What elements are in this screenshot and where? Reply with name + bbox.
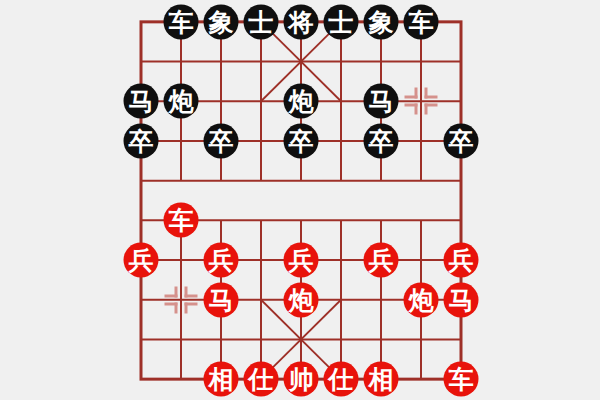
board-point-4-9[interactable]: 帅: [281, 359, 321, 399]
board-grid[interactable]: 车象士将士象车马炮炮马卒卒卒卒卒车兵兵兵兵兵马炮炮马相仕帅仕相车: [121, 2, 481, 399]
piece-black-soldier[interactable]: 卒: [444, 123, 479, 158]
board-point-6-1[interactable]: [361, 42, 401, 82]
marker-corner-tr: [185, 286, 198, 297]
board-point-2-2[interactable]: [201, 81, 241, 121]
board-point-1-4[interactable]: [161, 161, 201, 201]
piece-black-cannon[interactable]: 炮: [164, 84, 199, 119]
board-point-2-1[interactable]: [201, 42, 241, 82]
board-point-6-9[interactable]: 相: [361, 359, 401, 399]
board-point-8-1[interactable]: [441, 42, 481, 82]
board-point-0-7[interactable]: [121, 280, 161, 320]
piece-black-chariot[interactable]: 车: [404, 4, 439, 39]
board-point-3-8[interactable]: [241, 320, 281, 360]
piece-black-horse[interactable]: 马: [124, 84, 159, 119]
piece-red-soldier[interactable]: 兵: [204, 242, 239, 277]
board-point-1-0[interactable]: 车: [161, 2, 201, 42]
piece-red-elephant[interactable]: 相: [364, 362, 399, 397]
board-point-1-2[interactable]: 炮: [161, 81, 201, 121]
piece-black-elephant[interactable]: 象: [364, 4, 399, 39]
board-point-6-0[interactable]: 象: [361, 2, 401, 42]
board-point-7-8[interactable]: [401, 320, 441, 360]
board-point-0-0[interactable]: [121, 2, 161, 42]
board-point-7-5[interactable]: [401, 200, 441, 240]
piece-black-elephant[interactable]: 象: [204, 4, 239, 39]
piece-red-cannon[interactable]: 炮: [284, 282, 319, 317]
piece-black-soldier[interactable]: 卒: [124, 123, 159, 158]
board-point-4-6[interactable]: 兵: [281, 240, 321, 280]
board-point-4-3[interactable]: 卒: [281, 121, 321, 161]
board-point-1-3[interactable]: [161, 121, 201, 161]
board-point-3-3[interactable]: [241, 121, 281, 161]
board-point-3-7[interactable]: [241, 280, 281, 320]
board-point-6-8[interactable]: [361, 320, 401, 360]
board-point-0-2[interactable]: 马: [121, 81, 161, 121]
board-point-8-6[interactable]: 兵: [441, 240, 481, 280]
board-point-5-0[interactable]: 士: [321, 2, 361, 42]
board-point-1-1[interactable]: [161, 42, 201, 82]
marker-corner-br: [185, 302, 198, 313]
board-point-5-7[interactable]: [321, 280, 361, 320]
board-point-2-9[interactable]: 相: [201, 359, 241, 399]
board-point-5-3[interactable]: [321, 121, 361, 161]
board-point-3-5[interactable]: [241, 200, 281, 240]
board-point-5-5[interactable]: [321, 200, 361, 240]
piece-red-cannon[interactable]: 炮: [404, 282, 439, 317]
board-point-8-2[interactable]: [441, 81, 481, 121]
xiangqi-app: 车象士将士象车马炮炮马卒卒卒卒卒车兵兵兵兵兵马炮炮马相仕帅仕相车: [0, 0, 600, 400]
board-point-0-9[interactable]: [121, 359, 161, 399]
last-move-marker: [165, 286, 198, 313]
board-point-1-8[interactable]: [161, 320, 201, 360]
board-point-4-1[interactable]: [281, 42, 321, 82]
piece-red-soldier[interactable]: 兵: [124, 242, 159, 277]
piece-red-elephant[interactable]: 相: [204, 362, 239, 397]
piece-black-soldier[interactable]: 卒: [204, 123, 239, 158]
board-point-6-4[interactable]: [361, 161, 401, 201]
board-point-2-0[interactable]: 象: [201, 2, 241, 42]
piece-red-soldier[interactable]: 兵: [284, 242, 319, 277]
board-point-8-7[interactable]: 马: [441, 280, 481, 320]
piece-black-soldier[interactable]: 卒: [364, 123, 399, 158]
board-point-4-8[interactable]: [281, 320, 321, 360]
piece-black-cannon[interactable]: 炮: [284, 84, 319, 119]
board-point-5-9[interactable]: 仕: [321, 359, 361, 399]
board-point-2-6[interactable]: 兵: [201, 240, 241, 280]
board-point-5-8[interactable]: [321, 320, 361, 360]
piece-red-advisor[interactable]: 仕: [324, 362, 359, 397]
board-point-6-3[interactable]: 卒: [361, 121, 401, 161]
xiangqi-board[interactable]: 车象士将士象车马炮炮马卒卒卒卒卒车兵兵兵兵兵马炮炮马相仕帅仕相车: [121, 2, 481, 399]
board-point-5-1[interactable]: [321, 42, 361, 82]
board-point-6-7[interactable]: [361, 280, 401, 320]
board-point-0-5[interactable]: [121, 200, 161, 240]
board-point-8-4[interactable]: [441, 161, 481, 201]
board-point-7-0[interactable]: 车: [401, 2, 441, 42]
piece-red-advisor[interactable]: 仕: [244, 362, 279, 397]
board-point-4-4[interactable]: [281, 161, 321, 201]
board-point-7-4[interactable]: [401, 161, 441, 201]
board-point-3-6[interactable]: [241, 240, 281, 280]
board-point-2-3[interactable]: 卒: [201, 121, 241, 161]
board-point-5-2[interactable]: [321, 81, 361, 121]
board-point-2-4[interactable]: [201, 161, 241, 201]
board-point-0-3[interactable]: 卒: [121, 121, 161, 161]
marker-corner-bl: [165, 302, 178, 313]
board-point-2-7[interactable]: 马: [201, 280, 241, 320]
board-point-2-5[interactable]: [201, 200, 241, 240]
board-point-3-2[interactable]: [241, 81, 281, 121]
marker-corner-tl: [405, 88, 418, 99]
board-point-1-6[interactable]: [161, 240, 201, 280]
piece-black-advisor[interactable]: 士: [324, 4, 359, 39]
board-point-8-8[interactable]: [441, 320, 481, 360]
board-point-7-2[interactable]: [401, 81, 441, 121]
board-point-7-9[interactable]: [401, 359, 441, 399]
board-point-7-6[interactable]: [401, 240, 441, 280]
piece-red-chariot[interactable]: 车: [164, 203, 199, 238]
piece-black-soldier[interactable]: 卒: [284, 123, 319, 158]
board-point-2-8[interactable]: [201, 320, 241, 360]
board-point-7-3[interactable]: [401, 121, 441, 161]
board-point-7-1[interactable]: [401, 42, 441, 82]
board-point-1-5[interactable]: 车: [161, 200, 201, 240]
piece-red-chariot[interactable]: 车: [444, 362, 479, 397]
board-point-3-9[interactable]: 仕: [241, 359, 281, 399]
board-point-4-0[interactable]: 将: [281, 2, 321, 42]
board-point-4-5[interactable]: [281, 200, 321, 240]
marker-corner-bl: [405, 104, 418, 115]
board-point-4-7[interactable]: 炮: [281, 280, 321, 320]
board-point-5-4[interactable]: [321, 161, 361, 201]
marker-corner-tr: [425, 88, 438, 99]
piece-black-chariot[interactable]: 车: [164, 4, 199, 39]
board-point-3-4[interactable]: [241, 161, 281, 201]
piece-black-horse[interactable]: 马: [364, 84, 399, 119]
board-point-3-0[interactable]: 士: [241, 2, 281, 42]
piece-black-advisor[interactable]: 士: [244, 4, 279, 39]
piece-red-horse[interactable]: 马: [204, 282, 239, 317]
board-point-0-8[interactable]: [121, 320, 161, 360]
piece-black-general[interactable]: 将: [284, 4, 319, 39]
board-point-5-6[interactable]: [321, 240, 361, 280]
piece-red-soldier[interactable]: 兵: [364, 242, 399, 277]
marker-corner-br: [425, 104, 438, 115]
board-point-1-9[interactable]: [161, 359, 201, 399]
board-point-0-6[interactable]: 兵: [121, 240, 161, 280]
board-point-4-2[interactable]: 炮: [281, 81, 321, 121]
board-point-8-3[interactable]: 卒: [441, 121, 481, 161]
board-point-8-0[interactable]: [441, 2, 481, 42]
board-point-0-4[interactable]: [121, 161, 161, 201]
board-point-8-5[interactable]: [441, 200, 481, 240]
marker-corner-tl: [165, 286, 178, 297]
piece-red-horse[interactable]: 马: [444, 282, 479, 317]
board-point-0-1[interactable]: [121, 42, 161, 82]
board-point-6-2[interactable]: 马: [361, 81, 401, 121]
board-point-7-7[interactable]: 炮: [401, 280, 441, 320]
board-point-6-5[interactable]: [361, 200, 401, 240]
piece-red-soldier[interactable]: 兵: [444, 242, 479, 277]
board-point-6-6[interactable]: 兵: [361, 240, 401, 280]
board-point-3-1[interactable]: [241, 42, 281, 82]
board-point-1-7[interactable]: [161, 280, 201, 320]
piece-red-general[interactable]: 帅: [284, 362, 319, 397]
last-move-marker: [405, 88, 438, 115]
board-point-8-9[interactable]: 车: [441, 359, 481, 399]
